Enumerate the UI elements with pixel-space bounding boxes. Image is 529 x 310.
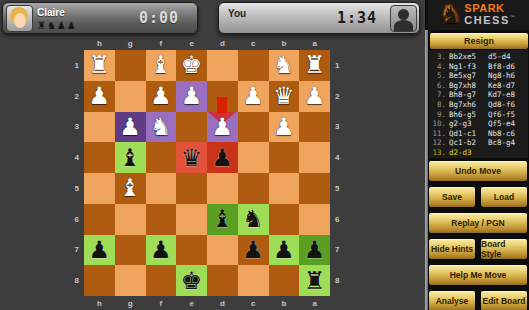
move-black: Ke8-d7 (488, 81, 515, 91)
move-row-6[interactable]: 6.Bg7xh8Ke8-d7 (429, 81, 528, 91)
move-white: d2-d3 (449, 148, 488, 158)
square-a1[interactable]: ♜ (299, 50, 330, 81)
square-e3[interactable] (176, 112, 207, 143)
you-avatar (390, 5, 417, 32)
square-h1[interactable]: ♜ (84, 50, 115, 81)
file-label-b: b (269, 299, 300, 308)
square-c5[interactable] (238, 173, 269, 204)
rank-label-8: 8 (333, 265, 344, 296)
replay-pgn-button[interactable]: Replay / PGN (428, 212, 528, 234)
square-f8[interactable] (146, 265, 177, 296)
square-e6[interactable] (176, 204, 207, 235)
you-clock: 1:34 (337, 9, 377, 27)
square-h8[interactable] (84, 265, 115, 296)
file-label-h: h (84, 299, 115, 308)
save-button[interactable]: Save (428, 186, 476, 208)
avatar-face (14, 13, 26, 28)
rank-label-7: 7 (70, 235, 81, 266)
black-pawn[interactable]: ♟ (212, 146, 234, 170)
square-f1[interactable]: ♝ (146, 50, 177, 81)
square-g1[interactable] (115, 50, 146, 81)
square-d6[interactable]: ♝ (207, 204, 238, 235)
white-knight[interactable]: ♞ (150, 115, 172, 139)
move-white: Bg7xh6 (449, 100, 488, 110)
square-h5[interactable] (84, 173, 115, 204)
rank-labels-left: 12345678 (70, 50, 81, 296)
square-a2[interactable]: ♟ (299, 81, 330, 112)
rank-label-2: 2 (333, 81, 344, 112)
file-label-a: a (299, 39, 330, 48)
captured-pieces-tray: ♜♞♟♟ (37, 20, 77, 31)
white-rook[interactable]: ♜ (89, 53, 111, 77)
white-queen[interactable]: ♛ (273, 84, 295, 108)
rank-label-7: 7 (333, 235, 344, 266)
square-d2[interactable] (207, 81, 238, 112)
square-g3[interactable]: ♟ (115, 112, 146, 143)
move-row-5[interactable]: 5.Be5xg7Ng8-h6 (429, 71, 528, 81)
square-h7[interactable]: ♟ (84, 235, 115, 266)
rank-label-8: 8 (70, 265, 81, 296)
white-pawn[interactable]: ♟ (242, 84, 264, 108)
square-f7[interactable]: ♟ (146, 235, 177, 266)
move-black: Nb8-c6 (488, 129, 515, 139)
help-me-move-button[interactable]: Help Me Move (428, 264, 528, 286)
white-pawn[interactable]: ♟ (304, 84, 326, 108)
move-black: Ng8-h6 (488, 71, 515, 81)
rank-label-1: 1 (70, 50, 81, 81)
rank-label-1: 1 (333, 50, 344, 81)
file-label-d: d (207, 39, 238, 48)
square-a5[interactable] (299, 173, 330, 204)
file-label-e: e (176, 299, 207, 308)
white-rook[interactable]: ♜ (304, 53, 326, 77)
square-f2[interactable]: ♟ (146, 81, 177, 112)
rank-label-3: 3 (70, 112, 81, 143)
file-label-f: f (146, 299, 177, 308)
white-king[interactable]: ♚ (181, 53, 203, 77)
square-f4[interactable] (146, 142, 177, 173)
square-b1[interactable]: ♞ (269, 50, 300, 81)
move-white: Ng1-f3 (449, 62, 488, 72)
square-g6[interactable] (115, 204, 146, 235)
rank-label-6: 6 (333, 204, 344, 235)
move-row-9[interactable]: 9.Bh6-g5Qf6-f5 (429, 110, 528, 120)
opponent-clock-panel: Claire ♜♞♟♟ 0:00 (2, 2, 198, 34)
move-num: 4. (429, 62, 446, 72)
move-black: Qf6-f5 (488, 110, 515, 120)
square-h6[interactable] (84, 204, 115, 235)
square-b6[interactable] (269, 204, 300, 235)
square-b3[interactable]: ♟ (269, 112, 300, 143)
captured-black-rook: ♜ (37, 20, 47, 31)
square-e7[interactable] (176, 235, 207, 266)
square-g2[interactable] (115, 81, 146, 112)
rank-label-4: 4 (70, 142, 81, 173)
person-icon-body (394, 20, 413, 32)
move-row-7[interactable]: 7.Bh8-g7Kd7-e8 (429, 90, 528, 100)
move-white: Bb2xe5 (449, 52, 488, 62)
sidebar: ♞ SPARK CHESS™ Resign 3.Bb2xe5d5-d44.Ng1… (425, 0, 529, 310)
square-g5[interactable]: ♝ (115, 173, 146, 204)
move-num: 9. (429, 110, 446, 120)
you-name: You (228, 8, 246, 19)
move-num: 11. (429, 129, 446, 139)
move-num: 12. (429, 138, 446, 148)
rank-label-5: 5 (333, 173, 344, 204)
white-pawn[interactable]: ♟ (273, 115, 295, 139)
file-label-b: b (269, 39, 300, 48)
rank-label-6: 6 (70, 204, 81, 235)
square-a8[interactable]: ♜ (299, 265, 330, 296)
file-label-d: d (207, 299, 238, 308)
square-h3[interactable] (84, 112, 115, 143)
captured-black-knight: ♞ (47, 20, 57, 31)
black-bishop[interactable]: ♝ (119, 146, 141, 170)
file-label-h: h (84, 39, 115, 48)
captured-black-pawn: ♟ (57, 20, 67, 31)
square-d1[interactable] (207, 50, 238, 81)
file-label-g: g (115, 299, 146, 308)
black-king[interactable]: ♚ (181, 269, 203, 293)
square-d7[interactable] (207, 235, 238, 266)
file-label-c: c (238, 299, 269, 308)
square-h2[interactable]: ♟ (84, 81, 115, 112)
edit-board-button[interactable]: Edit Board (480, 290, 528, 310)
square-a7[interactable]: ♟ (299, 235, 330, 266)
move-list[interactable]: 3.Bb2xe5d5-d44.Ng1-f3Bf8-d65.Be5xg7Ng8-h… (429, 50, 528, 158)
square-c2[interactable]: ♟ (238, 81, 269, 112)
square-g7[interactable] (115, 235, 146, 266)
square-b7[interactable]: ♟ (269, 235, 300, 266)
move-num: 7. (429, 90, 446, 100)
square-d4[interactable]: ♟ (207, 142, 238, 173)
file-label-f: f (146, 39, 177, 48)
move-num: 8. (429, 100, 446, 110)
rank-label-4: 4 (333, 142, 344, 173)
logo-chess-text: CHESS™ (464, 15, 516, 27)
square-d5[interactable] (207, 173, 238, 204)
move-white: Bh6-g5 (449, 110, 488, 120)
square-f5[interactable] (146, 173, 177, 204)
opponent-avatar (6, 5, 33, 32)
square-a6[interactable] (299, 204, 330, 235)
move-num: 13. (429, 148, 446, 158)
white-pawn[interactable]: ♟ (119, 115, 141, 139)
opponent-clock: 0:00 (139, 9, 179, 27)
captured-black-pawn: ♟ (67, 20, 77, 31)
move-row-12[interactable]: 12.Qc1-b2Bc8-g4 (429, 138, 528, 148)
square-f3[interactable]: ♞ (146, 112, 177, 143)
analyse-button[interactable]: Analyse (428, 290, 476, 310)
person-icon (398, 9, 409, 20)
board[interactable]: ♜♝♚♞♜♟♟♟♟♛♟♟♞♟♟♝♛♟♝♝♞♟♟♟♟♟♚♜ (84, 50, 330, 296)
square-c1[interactable] (238, 50, 269, 81)
move-num: 3. (429, 52, 446, 62)
hide-hints-button[interactable]: Hide Hints (428, 238, 476, 260)
move-row-4[interactable]: 4.Ng1-f3Bf8-d6 (429, 62, 528, 72)
square-b4[interactable] (269, 142, 300, 173)
black-rook[interactable]: ♜ (304, 269, 326, 293)
sparkchess-logo: ♞ SPARK CHESS™ (428, 0, 529, 30)
last-move-arrow-tail (217, 97, 227, 113)
move-white: Be5xg7 (449, 71, 488, 81)
square-e5[interactable] (176, 173, 207, 204)
black-queen[interactable]: ♛ (181, 146, 203, 170)
file-labels-top: hgfedcba (84, 39, 330, 48)
square-e8[interactable]: ♚ (176, 265, 207, 296)
square-d3[interactable]: ♟ (207, 112, 238, 143)
white-bishop[interactable]: ♝ (119, 176, 141, 200)
square-e2[interactable]: ♟ (176, 81, 207, 112)
board-style-button[interactable]: Board Style (480, 238, 528, 260)
square-b8[interactable] (269, 265, 300, 296)
move-row-10[interactable]: 10.g2-g3Qf5-e4 (429, 119, 528, 129)
file-label-c: c (238, 39, 269, 48)
file-label-a: a (299, 299, 330, 308)
square-g4[interactable]: ♝ (115, 142, 146, 173)
file-labels-bottom: hgfedcba (84, 299, 330, 308)
move-black: Bc8-g4 (488, 138, 515, 148)
black-pawn[interactable]: ♟ (150, 238, 172, 262)
square-e1[interactable]: ♚ (176, 50, 207, 81)
move-row-8[interactable]: 8.Bg7xh6Qd8-f6 (429, 100, 528, 110)
black-bishop[interactable]: ♝ (212, 207, 234, 231)
square-c8[interactable] (238, 265, 269, 296)
white-pawn[interactable]: ♟ (212, 115, 234, 139)
square-d8[interactable] (207, 265, 238, 296)
square-b5[interactable] (269, 173, 300, 204)
move-row-3[interactable]: 3.Bb2xe5d5-d4 (429, 52, 528, 62)
move-white: Qd1-c1 (449, 129, 488, 139)
move-black: d5-d4 (488, 52, 511, 62)
white-pawn[interactable]: ♟ (181, 84, 203, 108)
move-white: g2-g3 (449, 119, 488, 129)
square-b2[interactable]: ♛ (269, 81, 300, 112)
square-a4[interactable] (299, 142, 330, 173)
move-num: 10. (429, 119, 446, 129)
move-black: Bf8-d6 (488, 62, 515, 72)
white-bishop[interactable]: ♝ (150, 53, 172, 77)
black-pawn[interactable]: ♟ (273, 238, 295, 262)
move-white: Bg7xh8 (449, 81, 488, 91)
move-num: 6. (429, 81, 446, 91)
move-row-11[interactable]: 11.Qd1-c1Nb8-c6 (429, 129, 528, 139)
load-button[interactable]: Load (480, 186, 528, 208)
square-c4[interactable] (238, 142, 269, 173)
logo-tm: ™ (510, 14, 517, 20)
undo-move-button[interactable]: Undo Move (428, 160, 528, 182)
file-label-e: e (176, 39, 207, 48)
square-a3[interactable] (299, 112, 330, 143)
move-white: Bh8-g7 (449, 90, 488, 100)
square-g8[interactable] (115, 265, 146, 296)
black-pawn[interactable]: ♟ (89, 238, 111, 262)
rank-label-5: 5 (70, 173, 81, 204)
move-black: Qf5-e4 (488, 119, 515, 129)
square-f6[interactable] (146, 204, 177, 235)
move-row-13[interactable]: 13.d2-d3 (429, 148, 528, 158)
opponent-name: Claire (37, 7, 65, 18)
file-label-g: g (115, 39, 146, 48)
black-knight[interactable]: ♞ (242, 207, 264, 231)
square-c3[interactable] (238, 112, 269, 143)
square-h4[interactable] (84, 142, 115, 173)
move-white: Qc1-b2 (449, 138, 488, 148)
rank-label-3: 3 (333, 112, 344, 143)
knight-logo-icon: ♞ (441, 4, 462, 27)
black-pawn[interactable]: ♟ (304, 238, 326, 262)
white-knight[interactable]: ♞ (273, 53, 295, 77)
move-black: Qd8-f6 (488, 100, 515, 110)
sidebar-buttons: Undo MoveSaveLoadReplay / PGNHide HintsB… (428, 160, 528, 310)
rank-label-2: 2 (70, 81, 81, 112)
square-c7[interactable]: ♟ (238, 235, 269, 266)
white-pawn[interactable]: ♟ (150, 84, 172, 108)
white-pawn[interactable]: ♟ (89, 84, 111, 108)
you-clock-panel: You 1:34 (218, 2, 420, 34)
move-black: Kd7-e8 (488, 90, 515, 100)
black-pawn[interactable]: ♟ (242, 238, 264, 262)
square-c6[interactable]: ♞ (238, 204, 269, 235)
resign-button[interactable]: Resign (429, 32, 529, 50)
move-num: 5. (429, 71, 446, 81)
square-e4[interactable]: ♛ (176, 142, 207, 173)
rank-labels-right: 12345678 (333, 50, 344, 296)
